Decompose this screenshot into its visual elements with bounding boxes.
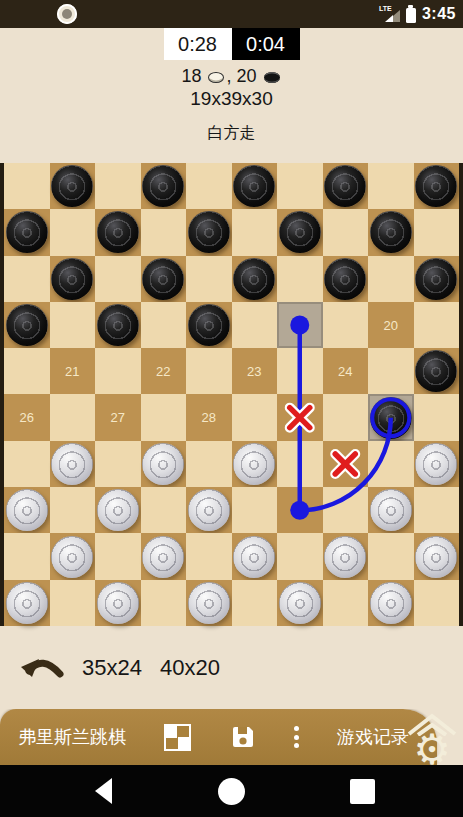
- black-count: 20: [237, 66, 257, 86]
- square-15[interactable]: [414, 256, 460, 302]
- piece-white-46[interactable]: [6, 582, 48, 624]
- square-32[interactable]: [141, 441, 187, 487]
- piece-black-7[interactable]: [97, 211, 139, 253]
- piece-black-1[interactable]: [51, 165, 93, 207]
- square-45[interactable]: [414, 533, 460, 579]
- piece-white-33[interactable]: [233, 443, 275, 485]
- square-3[interactable]: [232, 163, 278, 209]
- square-2[interactable]: [141, 163, 187, 209]
- piece-black-11[interactable]: [51, 258, 93, 300]
- status-bar: LTE 3:45: [0, 0, 463, 28]
- square-38[interactable]: [186, 487, 232, 533]
- nav-back-button[interactable]: [95, 778, 112, 804]
- toolbar-gold-bar: 弗里斯兰跳棋 游戏记录: [0, 709, 437, 765]
- light-square: [95, 163, 141, 209]
- white-checker-icon: [208, 72, 224, 83]
- piece-black-5[interactable]: [415, 165, 457, 207]
- piece-black-12[interactable]: [142, 258, 184, 300]
- square-number-26: 26: [20, 410, 34, 425]
- light-square: [186, 163, 232, 209]
- light-square: [368, 163, 414, 209]
- square-35[interactable]: [414, 441, 460, 487]
- nav-recents-button[interactable]: [350, 779, 375, 804]
- square-number-22: 22: [156, 364, 170, 379]
- black-checker-icon: [264, 72, 280, 83]
- piece-black-18[interactable]: [188, 304, 230, 346]
- clocks: 0:28 0:04: [0, 28, 463, 60]
- square-number-20: 20: [384, 318, 398, 333]
- square-number-21: 21: [65, 364, 79, 379]
- light-square: [4, 348, 50, 394]
- square-48[interactable]: [186, 580, 232, 626]
- battery-icon: [406, 8, 416, 23]
- light-square: [368, 533, 414, 579]
- piece-black-6[interactable]: [6, 211, 48, 253]
- light-square: [368, 441, 414, 487]
- piece-white-42[interactable]: [142, 536, 184, 578]
- square-28[interactable]: 28: [186, 394, 232, 440]
- light-square: [323, 394, 369, 440]
- light-square: [277, 441, 323, 487]
- app-title: 弗里斯兰跳棋: [18, 725, 126, 749]
- light-square: [50, 580, 96, 626]
- android-nav-bar: [0, 765, 463, 817]
- light-square: [141, 394, 187, 440]
- light-square: [141, 580, 187, 626]
- square-24[interactable]: 24: [323, 348, 369, 394]
- light-square: [186, 348, 232, 394]
- square-19[interactable]: [277, 302, 323, 348]
- light-square: [141, 487, 187, 533]
- piece-white-47[interactable]: [97, 582, 139, 624]
- light-square: [232, 580, 278, 626]
- light-square: [277, 348, 323, 394]
- light-square: [414, 394, 460, 440]
- square-17[interactable]: [95, 302, 141, 348]
- light-square: [323, 580, 369, 626]
- light-square: [95, 441, 141, 487]
- square-50[interactable]: [368, 580, 414, 626]
- piece-black-17[interactable]: [97, 304, 139, 346]
- bottom-toolbar: 弗里斯兰跳棋 游戏记录 ⚙: [0, 709, 463, 765]
- light-square: [232, 209, 278, 255]
- square-47[interactable]: [95, 580, 141, 626]
- piece-black-13[interactable]: [233, 258, 275, 300]
- light-square: [277, 163, 323, 209]
- square-36[interactable]: [4, 487, 50, 533]
- square-number-23: 23: [247, 364, 261, 379]
- square-46[interactable]: [4, 580, 50, 626]
- square-20[interactable]: 20: [368, 302, 414, 348]
- screen-record-icon: [57, 4, 77, 24]
- square-26[interactable]: 26: [4, 394, 50, 440]
- status-clock: 3:45: [422, 5, 456, 23]
- piece-black-25[interactable]: [415, 350, 457, 392]
- piece-counts: 18 , 20: [0, 66, 463, 87]
- board-view-button[interactable]: [164, 724, 191, 751]
- light-square: [277, 256, 323, 302]
- light-square: [277, 533, 323, 579]
- square-12[interactable]: [141, 256, 187, 302]
- square-number-27: 27: [111, 410, 125, 425]
- square-31[interactable]: [50, 441, 96, 487]
- light-square: [414, 209, 460, 255]
- last-move-text: 19x39x30: [0, 88, 463, 110]
- nav-home-button[interactable]: [218, 778, 245, 805]
- piece-black-4[interactable]: [324, 165, 366, 207]
- square-7[interactable]: [95, 209, 141, 255]
- light-square: [95, 348, 141, 394]
- square-13[interactable]: [232, 256, 278, 302]
- light-square: [50, 302, 96, 348]
- piece-black-30[interactable]: [370, 397, 412, 439]
- square-33[interactable]: [232, 441, 278, 487]
- square-11[interactable]: [50, 256, 96, 302]
- square-number-24: 24: [338, 364, 352, 379]
- white-clock: 0:28: [164, 28, 232, 60]
- cell-signal-icon: LTE: [381, 5, 400, 24]
- light-square: [95, 256, 141, 302]
- piece-black-14[interactable]: [324, 258, 366, 300]
- piece-black-15[interactable]: [415, 258, 457, 300]
- undo-button[interactable]: [20, 651, 66, 685]
- light-square: [95, 533, 141, 579]
- light-square: [323, 209, 369, 255]
- square-10[interactable]: [368, 209, 414, 255]
- move-option-2[interactable]: 40x20: [160, 655, 220, 681]
- game-header: 0:28 0:04 18 , 20 19x39x30 白方走: [0, 28, 463, 163]
- square-25[interactable]: [414, 348, 460, 394]
- light-square: [50, 487, 96, 533]
- square-41[interactable]: [50, 533, 96, 579]
- square-18[interactable]: [186, 302, 232, 348]
- move-option-1[interactable]: 35x24: [82, 655, 142, 681]
- square-40[interactable]: [368, 487, 414, 533]
- piece-white-36[interactable]: [6, 489, 48, 531]
- light-square: [141, 209, 187, 255]
- light-square: [4, 163, 50, 209]
- light-square: [414, 487, 460, 533]
- light-square: [232, 487, 278, 533]
- square-43[interactable]: [232, 533, 278, 579]
- square-9[interactable]: [277, 209, 323, 255]
- piece-white-49[interactable]: [279, 582, 321, 624]
- light-square: [414, 580, 460, 626]
- black-clock: 0:04: [232, 28, 300, 60]
- piece-black-8[interactable]: [188, 211, 230, 253]
- light-square: [323, 302, 369, 348]
- light-square: [141, 302, 187, 348]
- square-number-28: 28: [202, 410, 216, 425]
- piece-black-3[interactable]: [233, 165, 275, 207]
- piece-white-48[interactable]: [188, 582, 230, 624]
- piece-white-38[interactable]: [188, 489, 230, 531]
- piece-black-16[interactable]: [6, 304, 48, 346]
- square-6[interactable]: [4, 209, 50, 255]
- overflow-menu-button[interactable]: [294, 726, 299, 748]
- square-34[interactable]: [323, 441, 369, 487]
- white-count: 18: [181, 66, 201, 86]
- piece-white-40[interactable]: [370, 489, 412, 531]
- square-21[interactable]: 21: [50, 348, 96, 394]
- square-4[interactable]: [323, 163, 369, 209]
- square-22[interactable]: 22: [141, 348, 187, 394]
- square-49[interactable]: [277, 580, 323, 626]
- square-44[interactable]: [323, 533, 369, 579]
- square-39[interactable]: [277, 487, 323, 533]
- light-square: [186, 256, 232, 302]
- square-29[interactable]: [277, 394, 323, 440]
- board-area: 2021222324262728: [0, 163, 463, 626]
- piece-white-44[interactable]: [324, 536, 366, 578]
- save-button[interactable]: [230, 724, 256, 750]
- square-1[interactable]: [50, 163, 96, 209]
- game-record-button[interactable]: 游戏记录: [337, 725, 409, 749]
- piece-white-31[interactable]: [51, 443, 93, 485]
- light-square: [323, 487, 369, 533]
- square-30[interactable]: [368, 394, 414, 440]
- settings-corner[interactable]: ⚙: [401, 712, 463, 765]
- square-42[interactable]: [141, 533, 187, 579]
- piece-white-37[interactable]: [97, 489, 139, 531]
- light-square: [4, 256, 50, 302]
- piece-white-45[interactable]: [415, 536, 457, 578]
- light-square: [186, 533, 232, 579]
- square-23[interactable]: 23: [232, 348, 278, 394]
- square-37[interactable]: [95, 487, 141, 533]
- light-square: [50, 209, 96, 255]
- square-5[interactable]: [414, 163, 460, 209]
- light-square: [368, 348, 414, 394]
- piece-black-2[interactable]: [142, 165, 184, 207]
- square-27[interactable]: 27: [95, 394, 141, 440]
- piece-white-41[interactable]: [51, 536, 93, 578]
- undo-arrow-icon: [20, 651, 66, 685]
- light-square: [50, 394, 96, 440]
- light-square: [232, 302, 278, 348]
- draughts-board[interactable]: 2021222324262728: [4, 163, 459, 626]
- light-square: [414, 302, 460, 348]
- turn-indicator: 白方走: [0, 123, 463, 144]
- light-square: [4, 441, 50, 487]
- piece-white-32[interactable]: [142, 443, 184, 485]
- piece-black-10[interactable]: [370, 211, 412, 253]
- piece-white-50[interactable]: [370, 582, 412, 624]
- move-choice-bar: 35x24 40x20: [0, 626, 463, 709]
- square-14[interactable]: [323, 256, 369, 302]
- light-square: [368, 256, 414, 302]
- light-square: [4, 533, 50, 579]
- piece-white-43[interactable]: [233, 536, 275, 578]
- square-16[interactable]: [4, 302, 50, 348]
- piece-white-35[interactable]: [415, 443, 457, 485]
- square-8[interactable]: [186, 209, 232, 255]
- piece-black-9[interactable]: [279, 211, 321, 253]
- gear-icon: ⚙: [413, 733, 451, 765]
- light-square: [232, 394, 278, 440]
- light-square: [186, 441, 232, 487]
